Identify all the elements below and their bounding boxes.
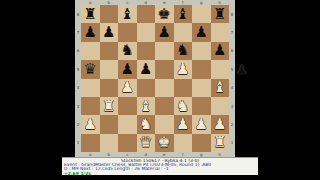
piece-white-knight: ♞	[176, 99, 189, 114]
square-g2: ♟	[192, 115, 211, 133]
square-c8: ♝	[118, 5, 137, 23]
square-f7	[174, 23, 193, 41]
piece-white-bishop: ♝	[139, 99, 152, 114]
piece-white-pawn: ♟	[121, 80, 134, 95]
square-f8: ♝	[174, 5, 193, 23]
square-g6	[192, 42, 211, 60]
piece-white-pawn: ♟	[195, 117, 208, 132]
square-e8: ♚	[155, 5, 174, 23]
piece-black-pawn: ♟	[84, 25, 97, 40]
square-f6: ♞	[174, 42, 193, 60]
square-d7	[137, 23, 156, 41]
square-f4	[174, 79, 193, 97]
square-a5: ♛	[81, 60, 100, 78]
square-g5	[192, 60, 211, 78]
square-a8: ♜	[81, 5, 100, 23]
square-g1	[192, 134, 211, 152]
square-h3	[211, 97, 230, 115]
square-e7: ♟	[155, 23, 174, 41]
piece-black-knight: ♞	[176, 43, 189, 58]
square-c7	[118, 23, 137, 41]
rank-label-2: 2	[229, 115, 235, 133]
chess-board: abcdefgh 87654321 87654321 abcdefgh ♜♝♚♝…	[75, 0, 235, 157]
square-e2	[155, 115, 174, 133]
square-d4	[137, 79, 156, 97]
piece-black-rook: ♜	[213, 7, 226, 22]
square-g4	[192, 79, 211, 97]
square-c5: ♟	[118, 60, 137, 78]
square-h2: ♟	[211, 115, 230, 133]
square-h8: ♜	[211, 5, 230, 23]
square-f3: ♞	[174, 97, 193, 115]
square-a6	[81, 42, 100, 60]
engine-eval: +2.69 1/2s	[64, 172, 256, 176]
square-g7: ♟	[192, 23, 211, 41]
square-d1: ♛	[137, 134, 156, 152]
piece-white-king: ♚	[158, 135, 171, 150]
board-grid: ♜♝♚♝♜♟♟♟♟♞♞♟♛♟♟♟♟♝♜♝♞♟♞♟♟♟♛♚♜	[81, 5, 229, 152]
rank-label-8: 8	[229, 5, 235, 23]
piece-black-king: ♚	[158, 7, 171, 22]
rank-label-4: 4	[229, 79, 235, 97]
square-b3: ♜	[100, 97, 119, 115]
square-g8	[192, 5, 211, 23]
piece-black-pawn: ♟	[158, 25, 171, 40]
square-e1: ♚	[155, 134, 174, 152]
square-d2: ♞	[137, 115, 156, 133]
square-c4: ♟	[118, 79, 137, 97]
square-d5: ♟	[137, 60, 156, 78]
material-diff-pawn-icon: ♟	[236, 62, 248, 77]
square-a1	[81, 134, 100, 152]
piece-black-pawn: ♟	[213, 43, 226, 58]
piece-black-pawn: ♟	[102, 25, 115, 40]
square-h5	[211, 60, 230, 78]
square-c1	[118, 134, 137, 152]
piece-black-pawn: ♟	[121, 62, 134, 77]
square-c3	[118, 97, 137, 115]
piece-black-bishop: ♝	[176, 7, 189, 22]
piece-white-rook: ♜	[102, 99, 115, 114]
square-b7: ♟	[100, 23, 119, 41]
piece-white-knight: ♞	[139, 117, 152, 132]
square-e6	[155, 42, 174, 60]
piece-black-pawn: ♟	[139, 62, 152, 77]
square-e3	[155, 97, 174, 115]
square-h1: ♜	[211, 134, 230, 152]
square-b5	[100, 60, 119, 78]
square-h4: ♝	[211, 79, 230, 97]
square-h7	[211, 23, 230, 41]
square-e5	[155, 60, 174, 78]
square-a2: ♟	[81, 115, 100, 133]
square-a7: ♟	[81, 23, 100, 41]
piece-black-bishop: ♝	[121, 7, 134, 22]
square-b2	[100, 115, 119, 133]
square-b8	[100, 5, 119, 23]
video-frame: abcdefgh 87654321 87654321 abcdefgh ♜♝♚♝…	[0, 0, 320, 180]
square-d8	[137, 5, 156, 23]
piece-black-pawn: ♟	[195, 25, 208, 40]
square-d6	[137, 42, 156, 60]
piece-white-pawn: ♟	[176, 62, 189, 77]
piece-white-pawn: ♟	[213, 117, 226, 132]
rank-label-6: 6	[229, 42, 235, 60]
piece-black-knight: ♞	[121, 43, 134, 58]
square-a3	[81, 97, 100, 115]
piece-white-pawn: ♟	[84, 117, 97, 132]
piece-black-rook: ♜	[84, 7, 97, 22]
square-f5: ♟	[174, 60, 193, 78]
square-d3: ♝	[137, 97, 156, 115]
piece-white-rook: ♜	[213, 135, 226, 150]
rank-label-3: 3	[229, 97, 235, 115]
square-a4	[81, 79, 100, 97]
square-b6	[100, 42, 119, 60]
square-b1	[100, 134, 119, 152]
piece-white-queen: ♛	[139, 135, 152, 150]
rank-label-5: 5	[229, 60, 235, 78]
piece-white-pawn: ♟	[176, 117, 189, 132]
square-c6: ♞	[118, 42, 137, 60]
info-bar: Stockfish 150617 - Rybka 4.1 (3-0) Event…	[62, 157, 258, 175]
square-h6: ♟	[211, 42, 230, 60]
rank-label-7: 7	[229, 23, 235, 41]
piece-black-queen: ♛	[84, 62, 97, 77]
square-b4	[100, 79, 119, 97]
square-g3	[192, 97, 211, 115]
rank-labels-right: 87654321	[229, 5, 235, 152]
square-e4	[155, 79, 174, 97]
square-f1	[174, 134, 193, 152]
rank-label-1: 1	[229, 134, 235, 152]
square-f2: ♟	[174, 115, 193, 133]
piece-white-bishop: ♝	[213, 80, 226, 95]
square-c2	[118, 115, 137, 133]
